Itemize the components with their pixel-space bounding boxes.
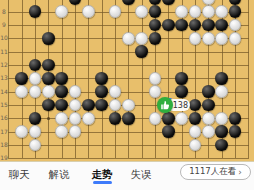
white-stone [189, 5, 202, 18]
black-stone [69, 0, 82, 5]
row-label: 8 [0, 9, 8, 15]
black-stone [175, 19, 188, 32]
white-stone [69, 85, 82, 98]
row-label: 17 [0, 129, 8, 135]
white-stone [42, 85, 55, 98]
white-stone [135, 32, 148, 45]
black-stone [29, 112, 42, 125]
white-stone [69, 112, 82, 125]
thumbs-up-icon[interactable] [157, 97, 173, 113]
black-stone [162, 112, 175, 125]
black-stone [202, 85, 215, 98]
black-stone [229, 0, 242, 5]
row-label: 10 [0, 35, 8, 41]
white-stone [202, 0, 215, 5]
black-stone [229, 125, 242, 138]
tab-commentary[interactable]: 解说 [49, 168, 70, 180]
black-stone [122, 112, 135, 125]
white-stone [135, 5, 148, 18]
black-stone [149, 19, 162, 32]
white-stone [202, 112, 215, 125]
black-stone [95, 72, 108, 85]
white-stone [82, 5, 95, 18]
black-stone [135, 45, 148, 58]
black-stone [162, 0, 175, 5]
tab-mistakes[interactable]: 失误 [131, 168, 152, 180]
white-stone [109, 85, 122, 98]
white-stone [69, 125, 82, 138]
white-stone [149, 112, 162, 125]
tab-chat[interactable]: 聊天 [9, 168, 30, 180]
black-stone [149, 32, 162, 45]
black-stone [202, 99, 215, 112]
row-label: 19 [0, 155, 8, 161]
black-stone [122, 0, 135, 5]
white-stone [29, 72, 42, 85]
chevron-right-icon: › [238, 167, 242, 177]
black-stone [162, 125, 175, 138]
black-stone [162, 19, 175, 32]
row-label: 16 [0, 115, 8, 121]
like-count: 138 [173, 101, 188, 110]
black-stone [42, 72, 55, 85]
white-stone [55, 112, 68, 125]
row-label: 9 [0, 22, 8, 28]
white-stone [29, 125, 42, 138]
white-stone [109, 5, 122, 18]
go-board[interactable]: 8910111213141516171819 [0, 0, 254, 162]
black-stone [55, 85, 68, 98]
black-stone [95, 99, 108, 112]
row-label: 11 [0, 49, 8, 55]
black-stone [215, 19, 228, 32]
go-live-screen: 8910111213141516171819 138 聊天 解说 走势 失误 1… [0, 0, 254, 190]
black-stone [29, 5, 42, 18]
black-stone [175, 72, 188, 85]
tab-trend[interactable]: 走势 [92, 168, 113, 180]
white-stone [215, 85, 228, 98]
white-stone [189, 32, 202, 45]
row-label: 14 [0, 89, 8, 95]
white-stone [122, 32, 135, 45]
white-stone [109, 99, 122, 112]
bottom-tab-bar: 聊天 解说 走势 失误 1117人在看 › [0, 162, 254, 190]
white-stone [175, 5, 188, 18]
black-stone [149, 0, 162, 5]
row-label: 18 [0, 142, 8, 148]
white-stone [122, 99, 135, 112]
black-stone [15, 72, 28, 85]
white-stone [202, 125, 215, 138]
black-stone [42, 99, 55, 112]
grid-line [8, 158, 249, 159]
white-stone [15, 125, 28, 138]
white-stone [15, 85, 28, 98]
white-stone [202, 32, 215, 45]
black-stone [202, 19, 215, 32]
black-stone [215, 72, 228, 85]
white-stone [229, 32, 242, 45]
black-stone [95, 85, 108, 98]
white-stone [29, 139, 42, 152]
black-stone [109, 112, 122, 125]
star-point [47, 117, 50, 120]
white-stone [229, 19, 242, 32]
black-stone [149, 5, 162, 18]
black-stone [82, 99, 95, 112]
white-stone [215, 5, 228, 18]
like-badge[interactable]: 138 [157, 97, 191, 113]
white-stone [189, 139, 202, 152]
black-stone [189, 112, 202, 125]
white-stone [215, 112, 228, 125]
viewers-count-label: 1117人在看 [189, 166, 236, 178]
white-stone [202, 5, 215, 18]
black-stone [189, 19, 202, 32]
white-stone [55, 5, 68, 18]
black-stone [29, 59, 42, 72]
black-stone [229, 112, 242, 125]
black-stone [215, 139, 228, 152]
row-label: 13 [0, 75, 8, 81]
white-stone [55, 125, 68, 138]
black-stone [42, 59, 55, 72]
row-label: 12 [0, 62, 8, 68]
grid-line [8, 145, 249, 146]
black-stone [42, 32, 55, 45]
white-stone [215, 32, 228, 45]
active-tab-underline [93, 181, 112, 184]
black-stone [215, 125, 228, 138]
black-stone [229, 5, 242, 18]
white-stone [29, 85, 42, 98]
white-stone [175, 112, 188, 125]
grid-line [8, 52, 249, 53]
white-stone [82, 112, 95, 125]
viewers-button[interactable]: 1117人在看 › [180, 164, 251, 180]
black-stone [55, 72, 68, 85]
white-stone [69, 99, 82, 112]
row-label: 15 [0, 102, 8, 108]
black-stone [55, 99, 68, 112]
white-stone [149, 72, 162, 85]
white-stone [189, 125, 202, 138]
